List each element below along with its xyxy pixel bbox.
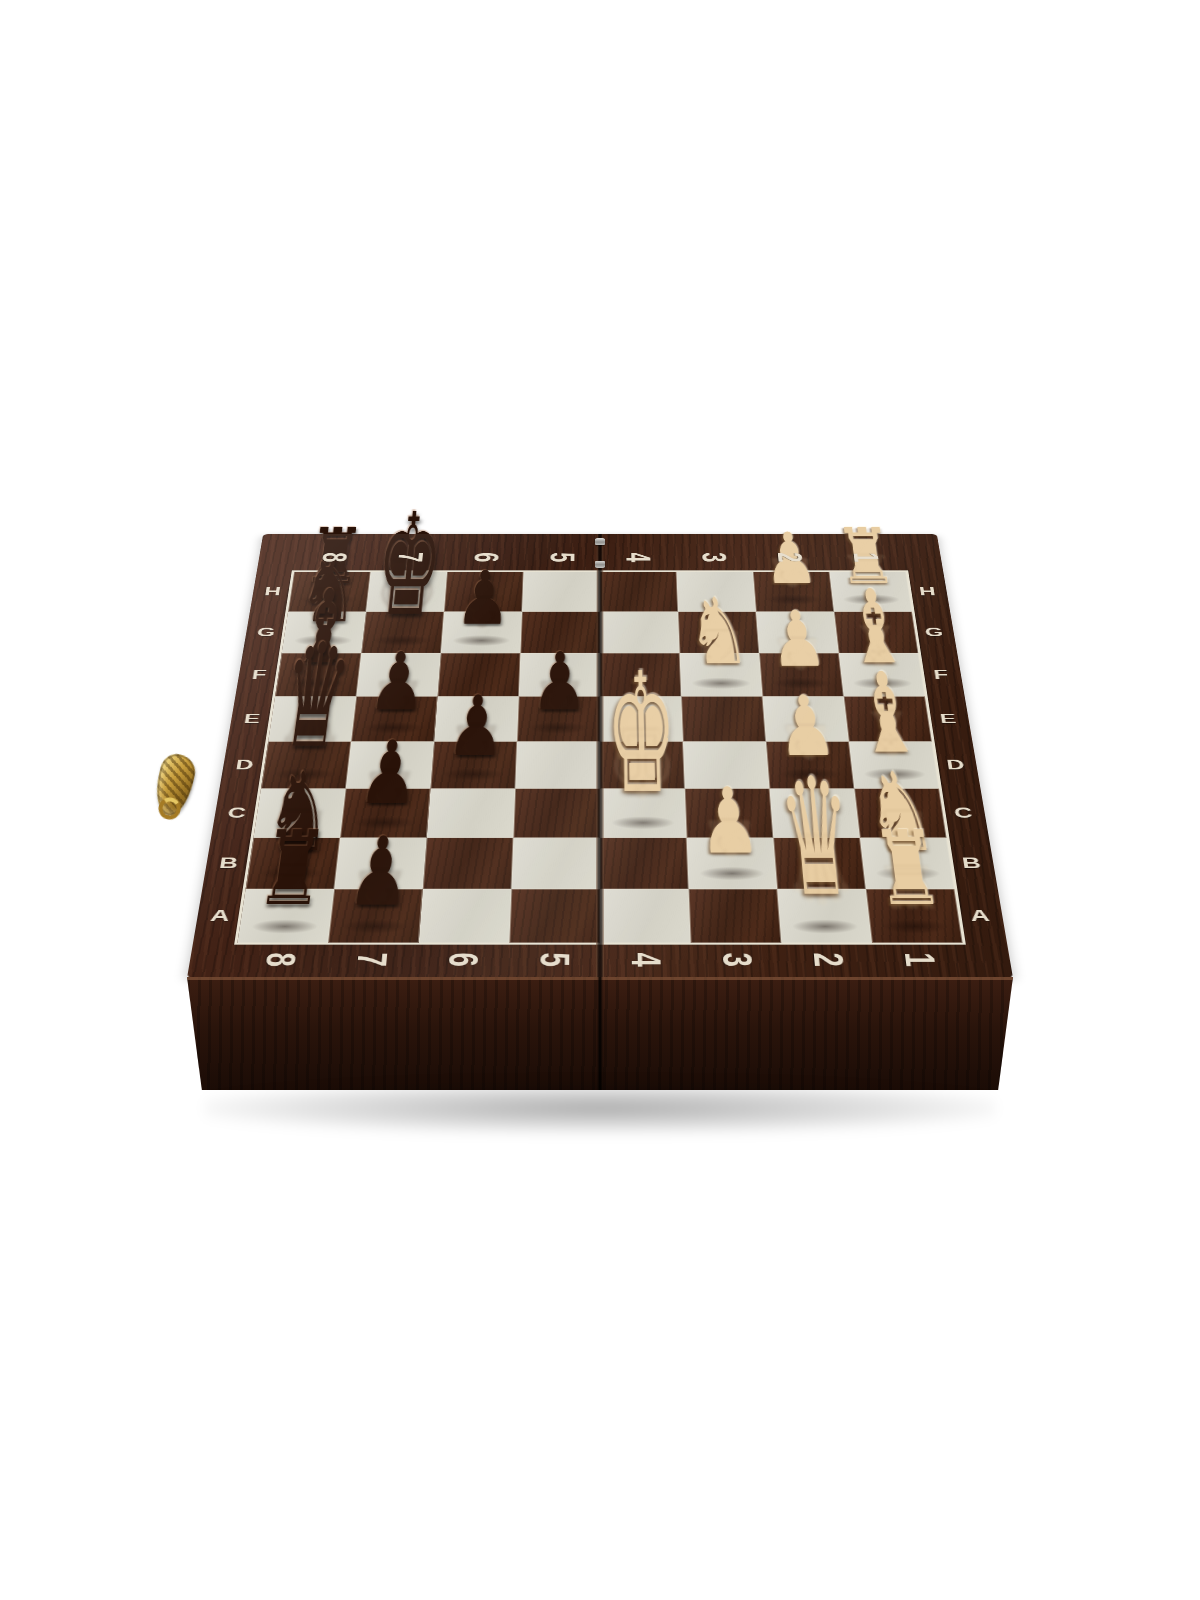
piece-black-pawn[interactable]: ♟♟ [366,644,430,720]
piece-black-rook[interactable]: ♜♜ [252,820,332,918]
file-label-right-A: A [958,889,1002,943]
file-label-right-E: E [928,696,967,741]
file-label-left-E: E [232,696,271,741]
square-h4[interactable] [600,572,678,612]
fold-seam [596,534,604,978]
file-label-right-D: D [935,742,975,789]
file-label-right-B: B [950,838,993,889]
file-label-left-A: A [198,889,242,943]
square-a5[interactable] [509,889,600,943]
photo-backdrop: ♜♜♟♟♜♜♞♞♚♚♟♟♝♝♞♞♟♟♝♝♟♟♟♟♛♛♟♟♟♟♝♝♟♟♚♚♞♞♟♟… [0,0,1200,1600]
chess-board: ♜♜♟♟♜♜♞♞♚♚♟♟♝♝♞♞♟♟♝♝♟♟♟♟♛♛♟♟♟♟♝♝♟♟♚♚♞♞♟♟… [187,534,1013,978]
rank-label-bottom-1: 1 [872,944,968,976]
piece-black-pawn[interactable]: ♟♟ [454,564,512,634]
piece-black-pawn[interactable]: ♟♟ [530,644,588,720]
square-d5[interactable] [515,742,600,789]
file-label-left-F: F [240,653,278,696]
rank-label-top-5: 5 [524,547,600,569]
rank-label-bottom-8: 8 [232,944,328,976]
square-d6[interactable]: ♟♟ [430,742,517,789]
file-label-left-B: B [207,838,250,889]
square-h5[interactable] [522,572,600,612]
piece-white-pawn[interactable]: ♟♟ [697,779,762,865]
square-a2[interactable]: ♛♛ [777,889,872,943]
square-a8[interactable]: ♜♜ [237,889,334,943]
square-b5[interactable] [511,838,600,889]
piece-white-king[interactable]: ♚♚ [606,657,679,815]
piece-black-pawn[interactable]: ♟♟ [445,687,507,766]
square-a3[interactable] [689,889,782,943]
file-label-right-H: H [909,572,946,612]
piece-black-pawn[interactable]: ♟♟ [344,827,414,917]
square-c6[interactable] [427,789,516,838]
piece-white-pawn[interactable]: ♟♟ [767,603,829,676]
square-f3[interactable]: ♞♞ [680,653,763,696]
file-label-left-H: H [254,572,291,612]
file-label-right-C: C [943,789,984,838]
rank-label-bottom-3: 3 [691,944,784,976]
piece-black-king[interactable]: ♚♚ [369,499,447,633]
square-b3[interactable]: ♟♟ [687,838,778,889]
file-label-right-G: G [915,612,953,654]
file-label-left-G: G [247,612,285,654]
rank-label-bottom-2: 2 [781,944,875,976]
square-c4[interactable]: ♚♚ [600,789,687,838]
rank-label-bottom-6: 6 [416,944,509,976]
file-label-left-C: C [216,789,257,838]
square-a6[interactable] [419,889,512,943]
file-label-left-D: D [224,742,264,789]
rank-label-top-4: 4 [600,547,676,569]
hinge-icon [595,561,605,568]
square-e3[interactable] [681,696,766,741]
rank-label-bottom-7: 7 [324,944,418,976]
box-shadow [205,1082,995,1134]
square-b6[interactable] [423,838,514,889]
piece-white-knight[interactable]: ♞♞ [686,589,752,676]
square-g6[interactable]: ♟♟ [441,612,522,654]
square-a1[interactable]: ♜♜ [866,889,963,943]
square-a4[interactable] [600,889,691,943]
square-b4[interactable] [600,838,689,889]
board-surface: ♜♜♟♟♜♜♞♞♚♚♟♟♝♝♞♞♟♟♝♝♟♟♟♟♛♛♟♟♟♟♝♝♟♟♚♚♞♞♟♟… [187,534,1013,978]
rank-label-bottom-4: 4 [600,944,692,976]
piece-black-pawn[interactable]: ♟♟ [356,732,423,815]
square-a7[interactable]: ♟♟ [328,889,423,943]
square-c5[interactable] [513,789,600,838]
file-label-right-F: F [922,653,960,696]
rank-label-top-3: 3 [676,547,753,569]
box-front-face [187,977,1013,1090]
piece-white-pawn[interactable]: ♟♟ [761,526,821,593]
rank-label-bottom-5: 5 [508,944,600,976]
hinge-icon [595,538,605,545]
square-e5[interactable]: ♟♟ [517,696,600,741]
brass-clasp [150,751,198,819]
